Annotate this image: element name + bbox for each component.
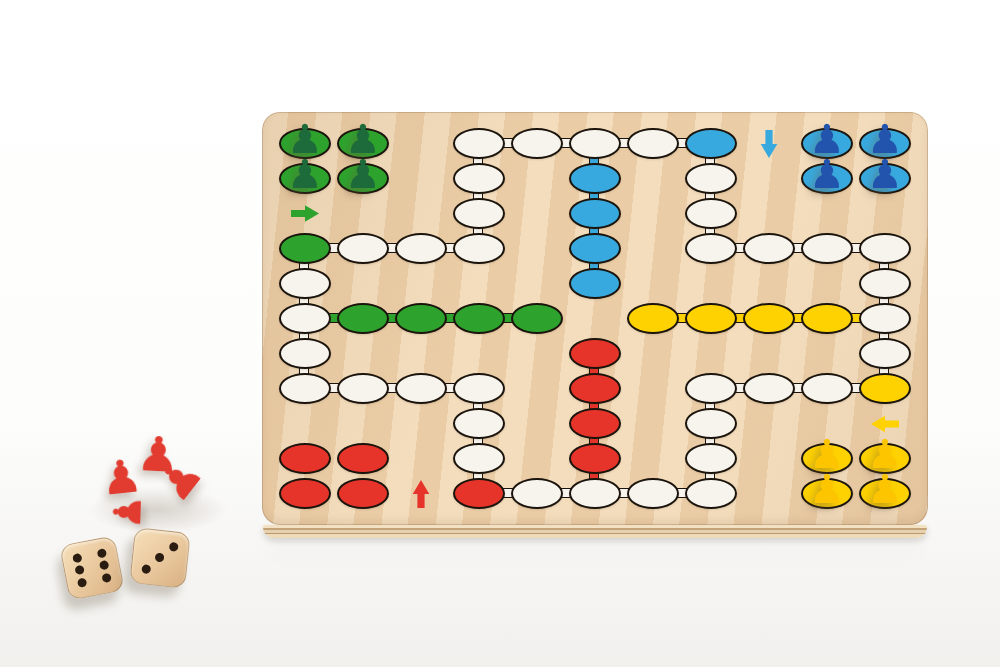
board-cell [740, 126, 798, 161]
green-home-circle [453, 303, 505, 334]
green-home-circle [337, 303, 389, 334]
green-direction-arrow-icon [291, 205, 319, 223]
board-cell [856, 336, 914, 371]
blue-start-circle [685, 128, 737, 159]
board-cell [450, 406, 508, 441]
scene: ♟♟♟♟♟♟♟♟♟♟♟♟ ♟♟♟♟ [0, 0, 1000, 667]
track-circle [453, 408, 505, 439]
die-pip [74, 565, 85, 576]
board-cell [798, 371, 856, 406]
board-cell [450, 371, 508, 406]
board-cell [566, 196, 624, 231]
board-cell [682, 231, 740, 266]
board-cell [276, 231, 334, 266]
track-circle [395, 373, 447, 404]
board-cell [740, 231, 798, 266]
green-pawn: ♟ [345, 154, 381, 194]
track-circle [279, 268, 331, 299]
red-yard-circle [279, 478, 331, 509]
track-circle [685, 233, 737, 264]
die-pip [141, 564, 151, 574]
track-circle [453, 198, 505, 229]
blue-home-circle [569, 198, 621, 229]
yellow-home-circle [801, 303, 853, 334]
track-circle [453, 443, 505, 474]
board-cell [334, 441, 392, 476]
board-cell: ♟ [798, 476, 856, 511]
track-circle [395, 233, 447, 264]
track-circle [685, 198, 737, 229]
board-cell [566, 441, 624, 476]
board-cell [682, 441, 740, 476]
red-home-circle [569, 408, 621, 439]
die-pip [77, 578, 88, 589]
die-pip [97, 548, 108, 559]
board-face: ♟♟♟♟♟♟♟♟♟♟♟♟ [262, 112, 928, 525]
board-cell [392, 371, 450, 406]
track-circle [685, 478, 737, 509]
yellow-home-circle [743, 303, 795, 334]
board-cell [682, 476, 740, 511]
red-direction-arrow-icon [412, 480, 430, 508]
yellow-start-circle [859, 373, 911, 404]
board-cell [856, 231, 914, 266]
yellow-home-circle [685, 303, 737, 334]
board-cell [566, 371, 624, 406]
board-grid: ♟♟♟♟♟♟♟♟♟♟♟♟ [276, 126, 914, 511]
board-cell [334, 476, 392, 511]
track-circle [453, 163, 505, 194]
track-circle [859, 303, 911, 334]
dice-pair [62, 526, 222, 626]
ludo-board: ♟♟♟♟♟♟♟♟♟♟♟♟ [262, 112, 928, 538]
red-home-circle [569, 443, 621, 474]
board-cell [392, 231, 450, 266]
blue-pawn: ♟ [809, 154, 845, 194]
green-home-circle [395, 303, 447, 334]
die-pip [155, 553, 165, 563]
board-cell [450, 126, 508, 161]
red-yard-circle [337, 478, 389, 509]
board-cell [276, 371, 334, 406]
red-home-circle [569, 373, 621, 404]
board-cell [450, 196, 508, 231]
board-cell [682, 406, 740, 441]
die-pip [169, 542, 179, 552]
track-circle [627, 478, 679, 509]
board-cell [624, 126, 682, 161]
track-circle [453, 233, 505, 264]
track-circle [279, 338, 331, 369]
board-cell [276, 196, 334, 231]
board-cell [566, 126, 624, 161]
die-showing-6 [59, 535, 125, 601]
yellow-pawn: ♟ [867, 469, 903, 509]
board-cell: ♟ [334, 161, 392, 196]
board-cell [508, 126, 566, 161]
track-circle [859, 233, 911, 264]
board-cell [624, 301, 682, 336]
red-yard-circle [337, 443, 389, 474]
track-circle [279, 303, 331, 334]
red-start-circle [453, 478, 505, 509]
board-cell [566, 336, 624, 371]
track-circle [453, 373, 505, 404]
board-cell: ♟ [856, 161, 914, 196]
track-circle [743, 233, 795, 264]
green-pawn: ♟ [287, 154, 323, 194]
board-cell [856, 371, 914, 406]
board-cell: ♟ [798, 161, 856, 196]
blue-home-circle [569, 233, 621, 264]
track-circle [685, 163, 737, 194]
track-circle [511, 478, 563, 509]
die-pip [99, 560, 110, 571]
board-cell [334, 231, 392, 266]
red-pawn-offboard: ♟ [108, 494, 147, 529]
board-cell [450, 301, 508, 336]
board-cell [798, 231, 856, 266]
track-circle [569, 478, 621, 509]
board-cell [566, 161, 624, 196]
track-circle [569, 128, 621, 159]
track-circle [627, 128, 679, 159]
track-circle [685, 443, 737, 474]
board-cell [682, 301, 740, 336]
board-cell [798, 301, 856, 336]
green-start-circle [279, 233, 331, 264]
blue-direction-arrow-icon [760, 130, 778, 158]
track-circle [801, 373, 853, 404]
die-pip [72, 553, 83, 564]
track-circle [859, 338, 911, 369]
board-cell [566, 406, 624, 441]
track-circle [859, 268, 911, 299]
board-cell [450, 231, 508, 266]
track-circle [337, 373, 389, 404]
board-cell [276, 476, 334, 511]
yellow-home-circle [627, 303, 679, 334]
board-cell [450, 441, 508, 476]
blue-home-circle [569, 268, 621, 299]
die-showing-3 [129, 527, 191, 589]
board-plywood-edge [263, 525, 927, 538]
board-cell [566, 231, 624, 266]
board-cell [856, 266, 914, 301]
board-cell: ♟ [276, 161, 334, 196]
board-cell [276, 336, 334, 371]
yellow-pawn: ♟ [809, 469, 845, 509]
die-pip [102, 573, 113, 584]
board-cell [682, 371, 740, 406]
blue-home-circle [569, 163, 621, 194]
board-cell [566, 476, 624, 511]
board-cell: ♟ [856, 476, 914, 511]
board-cell [276, 301, 334, 336]
track-circle [453, 128, 505, 159]
red-home-circle [569, 338, 621, 369]
board-cell [624, 476, 682, 511]
board-cell [682, 161, 740, 196]
board-cell [450, 476, 508, 511]
track-circle [685, 373, 737, 404]
board-cell [508, 301, 566, 336]
track-circle [685, 408, 737, 439]
track-circle [801, 233, 853, 264]
board-cell [566, 266, 624, 301]
board-cell [450, 161, 508, 196]
board-cell [856, 301, 914, 336]
board-cell [682, 196, 740, 231]
board-cell [276, 266, 334, 301]
board-cell [334, 301, 392, 336]
board-cell [334, 371, 392, 406]
board-cell [740, 371, 798, 406]
blue-pawn: ♟ [867, 154, 903, 194]
board-cell [392, 476, 450, 511]
board-cell [276, 441, 334, 476]
green-home-circle [511, 303, 563, 334]
board-cell [740, 301, 798, 336]
board-cell [508, 476, 566, 511]
track-circle [743, 373, 795, 404]
track-circle [511, 128, 563, 159]
board-cell [392, 301, 450, 336]
red-yard-circle [279, 443, 331, 474]
board-cell [682, 126, 740, 161]
track-circle [337, 233, 389, 264]
track-circle [279, 373, 331, 404]
